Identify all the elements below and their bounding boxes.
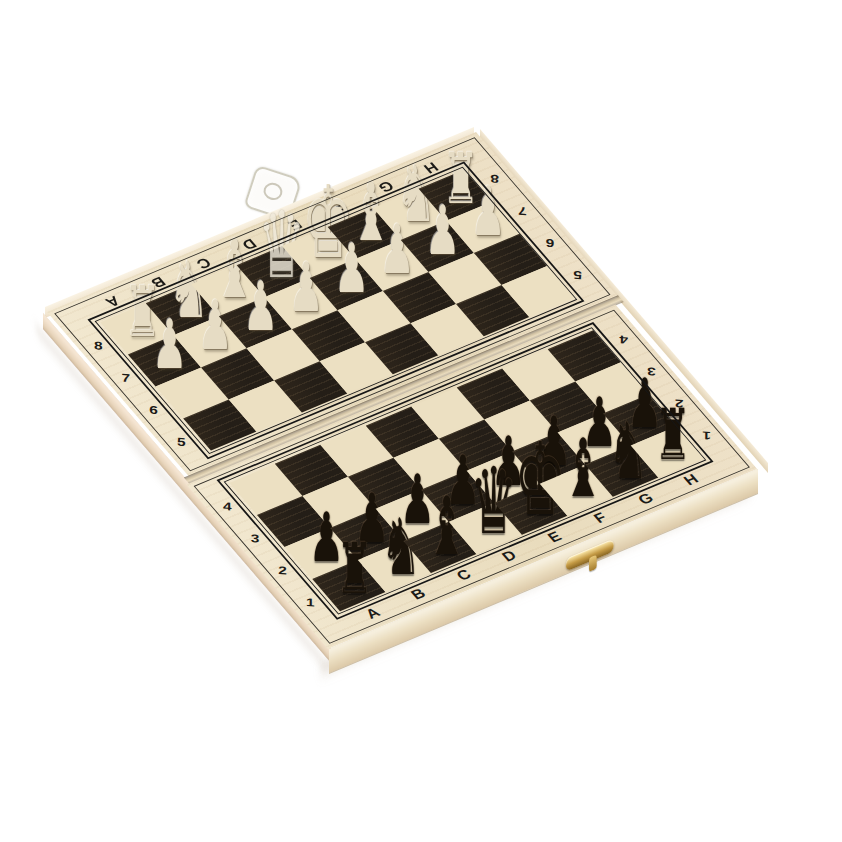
rank-label-7-left-text: 7 xyxy=(121,371,130,384)
rank-label-1-right-text: 1 xyxy=(702,429,711,442)
rank-label-6-left-text: 6 xyxy=(149,403,158,416)
plastic-tag-ring xyxy=(261,180,284,202)
file-label-a-near-text: A xyxy=(362,605,384,623)
rank-label-5-left-text: 5 xyxy=(176,435,185,448)
file-label-g-near-text: G xyxy=(635,490,658,508)
file-label-e-far-text: E xyxy=(284,216,305,233)
product-photo-scene: ABCDEFGH8♜♞♝♛♚♝♞♜87♟♟♟♟♟♟♟♟76655 44332♟♟… xyxy=(0,0,842,842)
file-label-f-far-text: F xyxy=(330,197,350,214)
rank-label-2-left-text: 2 xyxy=(278,563,287,576)
file-label-b-far-text: B xyxy=(147,273,169,291)
rank-label-1-left-text: 1 xyxy=(306,595,315,608)
file-label-a-far-text: A xyxy=(102,292,124,310)
rank-label-8-right-text: 8 xyxy=(490,172,499,185)
rank-label-3-left-text: 3 xyxy=(250,531,259,544)
file-label-d-far-text: D xyxy=(238,235,260,253)
rank-label-6-right-text: 6 xyxy=(545,236,554,249)
file-label-d-near-text: D xyxy=(499,548,521,566)
rank-label-3-right-text: 3 xyxy=(647,365,656,378)
chess-board: ABCDEFGH8♜♞♝♛♚♝♞♜87♟♟♟♟♟♟♟♟76655 44332♟♟… xyxy=(47,132,764,646)
file-label-g-far-text: G xyxy=(374,177,397,195)
rank-label-8-left-text: 8 xyxy=(94,339,103,352)
rank-label-5-right-text: 5 xyxy=(573,268,582,281)
rank-label-7-right-text: 7 xyxy=(518,204,527,217)
file-label-b-near-text: B xyxy=(408,586,430,604)
file-label-h-near-text: H xyxy=(680,471,702,489)
file-label-c-near-text: C xyxy=(453,567,475,585)
brass-clasp-hook xyxy=(589,555,597,572)
rank-label-4-right-text: 4 xyxy=(619,333,628,346)
rank-label-4-left-text: 4 xyxy=(223,499,232,512)
file-label-f-near-text: F xyxy=(590,510,610,527)
file-label-e-near-text: E xyxy=(544,529,565,546)
rank-label-2-right-text: 2 xyxy=(674,397,683,410)
file-label-c-far-text: C xyxy=(193,254,215,272)
file-label-h-far-text: H xyxy=(420,158,442,176)
